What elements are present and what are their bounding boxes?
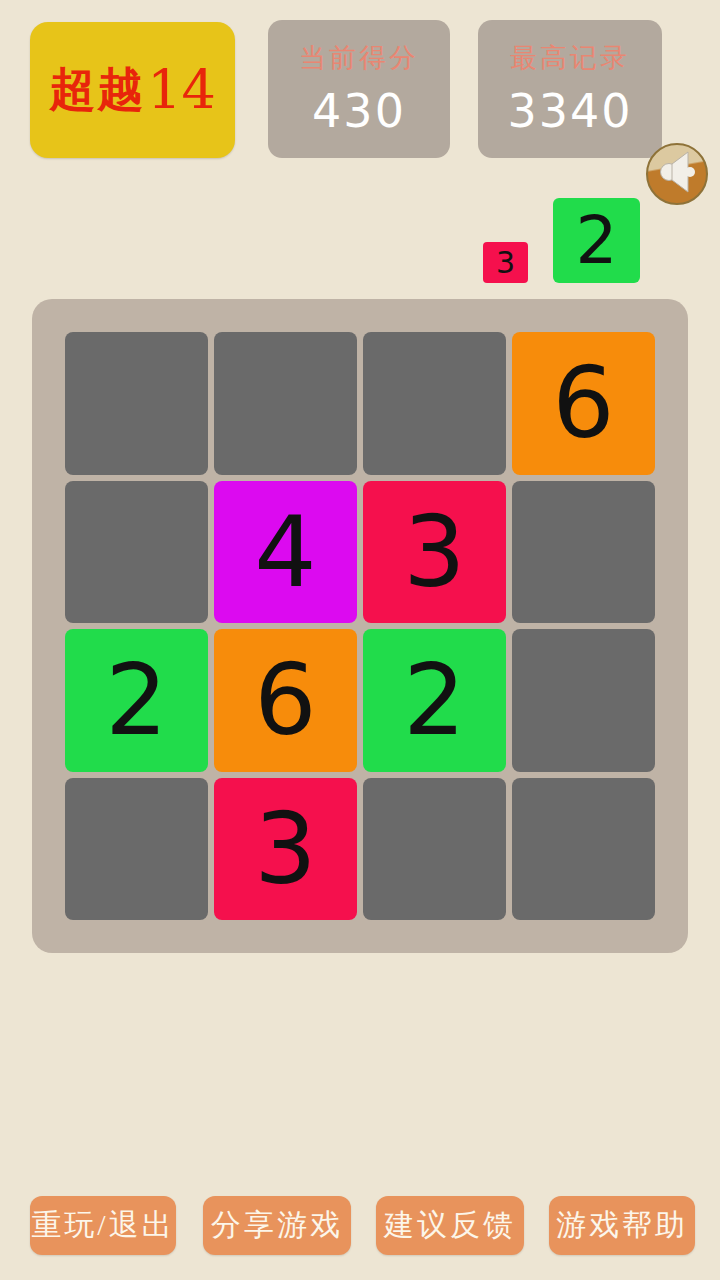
tile-3-r2c3: 3: [363, 481, 506, 624]
feedback-button[interactable]: 建议反馈: [376, 1196, 524, 1255]
best-score-box: 最高记录 3340: [478, 20, 662, 158]
empty-cell-r3c4: [512, 629, 655, 772]
current-score-label: 当前得分: [299, 40, 419, 76]
game-help-button[interactable]: 游戏帮助: [549, 1196, 695, 1255]
app-screen: 超越14 当前得分 430 最高记录 3340 3 2 6432623 重玩/退…: [0, 0, 720, 1280]
upcoming-tile-preview: 3: [483, 242, 528, 283]
game-title-badge: 超越14: [30, 22, 235, 158]
tile-2-r3c1: 2: [65, 629, 208, 772]
tile-6-r1c4: 6: [512, 332, 655, 475]
game-title-text: 超越: [49, 59, 145, 121]
tile-3-r4c2: 3: [214, 778, 357, 921]
empty-cell-r4c3: [363, 778, 506, 921]
empty-cell-r2c4: [512, 481, 655, 624]
next-tile-preview: 2: [553, 198, 640, 283]
current-score-value: 430: [312, 84, 406, 138]
current-score-box: 当前得分 430: [268, 20, 450, 158]
game-board[interactable]: 6432623: [32, 299, 688, 953]
tile-4-r2c2: 4: [214, 481, 357, 624]
best-score-value: 3340: [507, 84, 632, 138]
speaker-icon: [657, 150, 697, 198]
board-grid: 6432623: [65, 332, 655, 920]
empty-cell-r1c1: [65, 332, 208, 475]
tile-6-r3c2: 6: [214, 629, 357, 772]
game-title-number: 14: [147, 59, 216, 122]
empty-cell-r4c1: [65, 778, 208, 921]
best-score-label: 最高记录: [510, 40, 630, 76]
sound-toggle-button[interactable]: [646, 143, 708, 205]
empty-cell-r2c1: [65, 481, 208, 624]
empty-cell-r1c2: [214, 332, 357, 475]
empty-cell-r1c3: [363, 332, 506, 475]
tile-2-r3c3: 2: [363, 629, 506, 772]
empty-cell-r4c4: [512, 778, 655, 921]
share-game-button[interactable]: 分享游戏: [203, 1196, 351, 1255]
replay-exit-button[interactable]: 重玩/退出: [30, 1196, 176, 1255]
